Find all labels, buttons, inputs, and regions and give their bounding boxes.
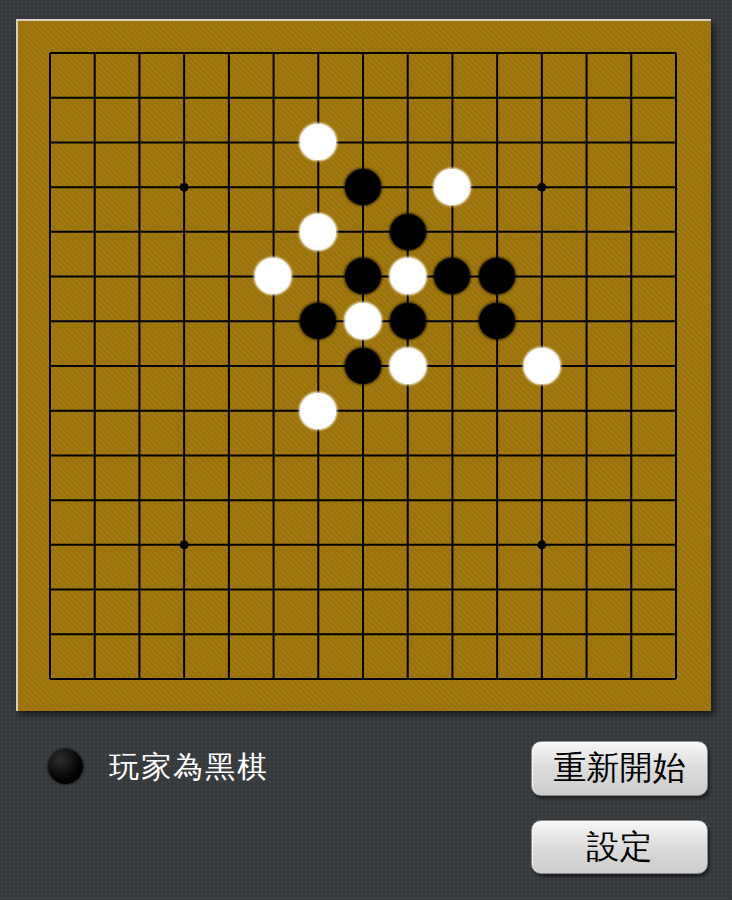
intersection-5-10[interactable] [251, 478, 296, 523]
intersection-14-10[interactable] [653, 478, 698, 523]
intersection-11-3[interactable] [519, 165, 564, 210]
intersection-10-6[interactable] [475, 299, 520, 344]
black-stone [345, 258, 381, 294]
intersection-14-11[interactable] [653, 522, 698, 567]
intersection-3-3[interactable] [162, 165, 207, 210]
intersection-4-9[interactable] [206, 433, 251, 478]
intersection-13-9[interactable] [609, 433, 654, 478]
restart-button[interactable]: 重新開始 [531, 741, 708, 796]
intersection-2-10[interactable] [117, 478, 162, 523]
intersection-8-8[interactable] [385, 388, 430, 433]
black-stone [300, 303, 336, 339]
intersection-3-4[interactable] [162, 209, 207, 254]
intersection-0-14[interactable] [28, 656, 73, 701]
intersection-7-7[interactable] [341, 344, 386, 389]
intersection-0-4[interactable] [28, 209, 73, 254]
black-stone [390, 303, 426, 339]
intersection-14-7[interactable] [653, 344, 698, 389]
intersection-7-0[interactable] [341, 31, 386, 76]
intersection-13-0[interactable] [609, 31, 654, 76]
intersection-6-10[interactable] [296, 478, 341, 523]
intersection-14-13[interactable] [653, 612, 698, 657]
intersection-4-13[interactable] [206, 612, 251, 657]
intersection-6-14[interactable] [296, 656, 341, 701]
intersection-7-6[interactable] [341, 299, 386, 344]
black-stone [479, 303, 515, 339]
intersection-9-10[interactable] [430, 478, 475, 523]
intersection-10-1[interactable] [475, 75, 520, 120]
intersection-4-5[interactable] [206, 254, 251, 299]
intersection-1-3[interactable] [72, 165, 117, 210]
intersection-9-6[interactable] [430, 299, 475, 344]
intersection-5-2[interactable] [251, 120, 296, 165]
intersection-13-7[interactable] [609, 344, 654, 389]
intersection-0-6[interactable] [28, 299, 73, 344]
intersection-9-0[interactable] [430, 31, 475, 76]
intersection-14-3[interactable] [653, 165, 698, 210]
intersection-0-0[interactable] [28, 31, 73, 76]
intersection-4-7[interactable] [206, 344, 251, 389]
intersection-7-4[interactable] [341, 209, 386, 254]
intersection-2-2[interactable] [117, 120, 162, 165]
white-stone [300, 214, 336, 250]
intersection-13-14[interactable] [609, 656, 654, 701]
intersection-8-2[interactable] [385, 120, 430, 165]
intersection-9-2[interactable] [430, 120, 475, 165]
intersection-14-6[interactable] [653, 299, 698, 344]
intersection-5-13[interactable] [251, 612, 296, 657]
intersection-10-8[interactable] [475, 388, 520, 433]
intersection-9-14[interactable] [430, 656, 475, 701]
intersection-8-13[interactable] [385, 612, 430, 657]
black-stone [479, 258, 515, 294]
intersection-4-0[interactable] [206, 31, 251, 76]
white-stone [390, 348, 426, 384]
intersection-2-4[interactable] [117, 209, 162, 254]
intersection-9-5[interactable] [430, 254, 475, 299]
intersection-13-6[interactable] [609, 299, 654, 344]
intersection-8-5[interactable] [385, 254, 430, 299]
intersection-14-12[interactable] [653, 567, 698, 612]
intersection-6-11[interactable] [296, 522, 341, 567]
intersection-13-12[interactable] [609, 567, 654, 612]
intersection-12-0[interactable] [564, 31, 609, 76]
intersection-7-3[interactable] [341, 165, 386, 210]
intersection-8-14[interactable] [385, 656, 430, 701]
intersection-9-9[interactable] [430, 433, 475, 478]
intersection-3-10[interactable] [162, 478, 207, 523]
intersection-11-10[interactable] [519, 478, 564, 523]
intersection-3-6[interactable] [162, 299, 207, 344]
intersection-7-10[interactable] [341, 478, 386, 523]
intersection-7-14[interactable] [341, 656, 386, 701]
intersection-5-12[interactable] [251, 567, 296, 612]
intersection-6-5[interactable] [296, 254, 341, 299]
intersection-12-2[interactable] [564, 120, 609, 165]
intersection-11-14[interactable] [519, 656, 564, 701]
intersection-12-12[interactable] [564, 567, 609, 612]
intersection-14-9[interactable] [653, 433, 698, 478]
intersection-11-9[interactable] [519, 433, 564, 478]
intersection-13-10[interactable] [609, 478, 654, 523]
intersection-11-2[interactable] [519, 120, 564, 165]
intersection-11-1[interactable] [519, 75, 564, 120]
intersection-6-9[interactable] [296, 433, 341, 478]
intersection-3-14[interactable] [162, 656, 207, 701]
intersection-11-4[interactable] [519, 209, 564, 254]
black-stone [345, 169, 381, 205]
intersection-5-1[interactable] [251, 75, 296, 120]
intersection-1-10[interactable] [72, 478, 117, 523]
intersection-6-12[interactable] [296, 567, 341, 612]
intersection-5-14[interactable] [251, 656, 296, 701]
intersection-14-1[interactable] [653, 75, 698, 120]
intersection-1-7[interactable] [72, 344, 117, 389]
intersection-5-0[interactable] [251, 31, 296, 76]
intersection-8-0[interactable] [385, 31, 430, 76]
intersection-6-6[interactable] [296, 299, 341, 344]
intersection-10-7[interactable] [475, 344, 520, 389]
intersection-11-8[interactable] [519, 388, 564, 433]
intersection-5-7[interactable] [251, 344, 296, 389]
intersection-8-9[interactable] [385, 433, 430, 478]
intersection-2-8[interactable] [117, 388, 162, 433]
intersection-4-8[interactable] [206, 388, 251, 433]
white-stone [434, 169, 470, 205]
intersection-8-12[interactable] [385, 567, 430, 612]
intersection-14-14[interactable] [653, 656, 698, 701]
intersection-4-12[interactable] [206, 567, 251, 612]
intersection-2-13[interactable] [117, 612, 162, 657]
intersection-6-1[interactable] [296, 75, 341, 120]
intersection-2-1[interactable] [117, 75, 162, 120]
intersection-10-5[interactable] [475, 254, 520, 299]
intersection-0-11[interactable] [28, 522, 73, 567]
white-stone [300, 124, 336, 160]
intersection-11-13[interactable] [519, 612, 564, 657]
intersection-0-9[interactable] [28, 433, 73, 478]
stone-grid [28, 31, 699, 702]
intersection-5-11[interactable] [251, 522, 296, 567]
intersection-2-5[interactable] [117, 254, 162, 299]
intersection-14-8[interactable] [653, 388, 698, 433]
intersection-12-4[interactable] [564, 209, 609, 254]
intersection-4-10[interactable] [206, 478, 251, 523]
intersection-9-3[interactable] [430, 165, 475, 210]
intersection-2-9[interactable] [117, 433, 162, 478]
intersection-5-9[interactable] [251, 433, 296, 478]
intersection-7-8[interactable] [341, 388, 386, 433]
intersection-14-0[interactable] [653, 31, 698, 76]
intersection-11-12[interactable] [519, 567, 564, 612]
intersection-0-10[interactable] [28, 478, 73, 523]
intersection-0-12[interactable] [28, 567, 73, 612]
gomoku-board[interactable] [16, 19, 711, 711]
intersection-3-5[interactable] [162, 254, 207, 299]
intersection-13-1[interactable] [609, 75, 654, 120]
intersection-6-0[interactable] [296, 31, 341, 76]
intersection-0-7[interactable] [28, 344, 73, 389]
intersection-4-11[interactable] [206, 522, 251, 567]
intersection-1-5[interactable] [72, 254, 117, 299]
intersection-1-4[interactable] [72, 209, 117, 254]
intersection-8-6[interactable] [385, 299, 430, 344]
intersection-4-2[interactable] [206, 120, 251, 165]
intersection-6-8[interactable] [296, 388, 341, 433]
intersection-0-8[interactable] [28, 388, 73, 433]
intersection-10-4[interactable] [475, 209, 520, 254]
intersection-1-13[interactable] [72, 612, 117, 657]
intersection-3-8[interactable] [162, 388, 207, 433]
intersection-9-13[interactable] [430, 612, 475, 657]
intersection-5-8[interactable] [251, 388, 296, 433]
intersection-0-3[interactable] [28, 165, 73, 210]
intersection-12-1[interactable] [564, 75, 609, 120]
intersection-2-3[interactable] [117, 165, 162, 210]
app-screen: 玩家為黑棋 重新開始 設定 [0, 0, 732, 900]
intersection-4-4[interactable] [206, 209, 251, 254]
intersection-7-11[interactable] [341, 522, 386, 567]
intersection-4-3[interactable] [206, 165, 251, 210]
intersection-1-14[interactable] [72, 656, 117, 701]
black-stone-icon [48, 749, 83, 784]
white-stone [390, 258, 426, 294]
intersection-12-6[interactable] [564, 299, 609, 344]
intersection-11-11[interactable] [519, 522, 564, 567]
intersection-7-2[interactable] [341, 120, 386, 165]
intersection-2-14[interactable] [117, 656, 162, 701]
intersection-12-8[interactable] [564, 388, 609, 433]
intersection-13-11[interactable] [609, 522, 654, 567]
intersection-4-1[interactable] [206, 75, 251, 120]
intersection-12-7[interactable] [564, 344, 609, 389]
intersection-9-11[interactable] [430, 522, 475, 567]
intersection-8-10[interactable] [385, 478, 430, 523]
intersection-2-7[interactable] [117, 344, 162, 389]
intersection-6-2[interactable] [296, 120, 341, 165]
white-stone [255, 258, 291, 294]
intersection-10-12[interactable] [475, 567, 520, 612]
intersection-2-11[interactable] [117, 522, 162, 567]
intersection-5-4[interactable] [251, 209, 296, 254]
intersection-13-2[interactable] [609, 120, 654, 165]
intersection-13-5[interactable] [609, 254, 654, 299]
intersection-10-9[interactable] [475, 433, 520, 478]
intersection-12-14[interactable] [564, 656, 609, 701]
intersection-13-13[interactable] [609, 612, 654, 657]
intersection-4-6[interactable] [206, 299, 251, 344]
intersection-13-3[interactable] [609, 165, 654, 210]
intersection-1-6[interactable] [72, 299, 117, 344]
black-stone [390, 214, 426, 250]
intersection-12-5[interactable] [564, 254, 609, 299]
intersection-12-11[interactable] [564, 522, 609, 567]
intersection-10-2[interactable] [475, 120, 520, 165]
intersection-7-9[interactable] [341, 433, 386, 478]
intersection-12-9[interactable] [564, 433, 609, 478]
intersection-3-11[interactable] [162, 522, 207, 567]
intersection-7-12[interactable] [341, 567, 386, 612]
intersection-11-6[interactable] [519, 299, 564, 344]
intersection-3-13[interactable] [162, 612, 207, 657]
intersection-2-0[interactable] [117, 31, 162, 76]
intersection-4-14[interactable] [206, 656, 251, 701]
intersection-8-11[interactable] [385, 522, 430, 567]
intersection-10-13[interactable] [475, 612, 520, 657]
intersection-12-13[interactable] [564, 612, 609, 657]
intersection-0-13[interactable] [28, 612, 73, 657]
intersection-8-1[interactable] [385, 75, 430, 120]
intersection-1-12[interactable] [72, 567, 117, 612]
intersection-0-5[interactable] [28, 254, 73, 299]
white-stone [300, 393, 336, 429]
intersection-9-8[interactable] [430, 388, 475, 433]
intersection-12-10[interactable] [564, 478, 609, 523]
intersection-10-11[interactable] [475, 522, 520, 567]
intersection-7-13[interactable] [341, 612, 386, 657]
intersection-11-5[interactable] [519, 254, 564, 299]
intersection-10-10[interactable] [475, 478, 520, 523]
intersection-10-14[interactable] [475, 656, 520, 701]
intersection-14-2[interactable] [653, 120, 698, 165]
white-stone [345, 303, 381, 339]
intersection-0-1[interactable] [28, 75, 73, 120]
intersection-9-1[interactable] [430, 75, 475, 120]
intersection-1-9[interactable] [72, 433, 117, 478]
intersection-13-4[interactable] [609, 209, 654, 254]
white-stone [524, 348, 560, 384]
intersection-8-7[interactable] [385, 344, 430, 389]
intersection-3-2[interactable] [162, 120, 207, 165]
intersection-1-8[interactable] [72, 388, 117, 433]
settings-button[interactable]: 設定 [531, 820, 708, 874]
intersection-5-3[interactable] [251, 165, 296, 210]
intersection-5-6[interactable] [251, 299, 296, 344]
intersection-3-12[interactable] [162, 567, 207, 612]
intersection-1-11[interactable] [72, 522, 117, 567]
black-stone [434, 258, 470, 294]
intersection-3-9[interactable] [162, 433, 207, 478]
intersection-1-2[interactable] [72, 120, 117, 165]
intersection-0-2[interactable] [28, 120, 73, 165]
intersection-2-12[interactable] [117, 567, 162, 612]
intersection-5-5[interactable] [251, 254, 296, 299]
intersection-9-12[interactable] [430, 567, 475, 612]
intersection-13-8[interactable] [609, 388, 654, 433]
intersection-3-1[interactable] [162, 75, 207, 120]
player-color-status: 玩家為黑棋 [109, 749, 269, 784]
intersection-14-4[interactable] [653, 209, 698, 254]
intersection-11-7[interactable] [519, 344, 564, 389]
intersection-9-4[interactable] [430, 209, 475, 254]
intersection-3-7[interactable] [162, 344, 207, 389]
intersection-2-6[interactable] [117, 299, 162, 344]
intersection-6-4[interactable] [296, 209, 341, 254]
black-stone [345, 348, 381, 384]
intersection-6-3[interactable] [296, 165, 341, 210]
intersection-9-7[interactable] [430, 344, 475, 389]
intersection-6-13[interactable] [296, 612, 341, 657]
intersection-11-0[interactable] [519, 31, 564, 76]
intersection-3-0[interactable] [162, 31, 207, 76]
intersection-8-3[interactable] [385, 165, 430, 210]
intersection-1-1[interactable] [72, 75, 117, 120]
intersection-7-1[interactable] [341, 75, 386, 120]
intersection-10-0[interactable] [475, 31, 520, 76]
intersection-10-3[interactable] [475, 165, 520, 210]
intersection-1-0[interactable] [72, 31, 117, 76]
intersection-14-5[interactable] [653, 254, 698, 299]
intersection-12-3[interactable] [564, 165, 609, 210]
intersection-7-5[interactable] [341, 254, 386, 299]
intersection-8-4[interactable] [385, 209, 430, 254]
intersection-6-7[interactable] [296, 344, 341, 389]
